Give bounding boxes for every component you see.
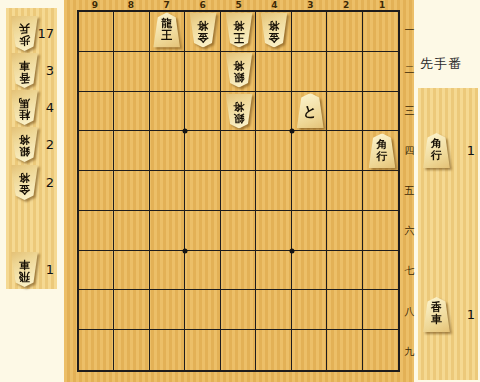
piece-kanji: 車 [431,314,442,326]
square-7三[interactable] [150,92,185,132]
square-4四[interactable] [256,131,291,171]
gote-king-piece[interactable]: 王将 [224,13,253,48]
file-label-3: 3 [292,0,328,10]
sente-hand-tray: 角行1香車1 [418,88,478,380]
piece-kanji: 将 [197,19,208,31]
square-9六[interactable] [79,211,114,251]
undefined-lance-piece[interactable]: 香車 [422,297,451,332]
square-9四[interactable] [79,131,114,171]
piece-kanji: 行 [431,150,442,162]
piece-kanji: 将 [269,19,280,31]
square-5六[interactable] [221,211,256,251]
rank-label-2: 二 [403,50,416,90]
square-3九[interactable] [292,330,327,370]
hand-slot-lance: 香車3 [6,53,57,87]
square-2七[interactable] [327,251,362,291]
square-5八[interactable] [221,290,256,330]
square-7四[interactable] [150,131,185,171]
rank-label-4: 四 [403,131,416,171]
square-1五[interactable] [363,171,398,211]
square-3五[interactable] [292,171,327,211]
square-6四[interactable] [185,131,220,171]
hand-slot-pawn: 歩兵17 [6,16,57,50]
square-2一[interactable] [327,12,362,52]
piece-kanji: 馬 [19,96,30,108]
sente-promoted-rook-piece[interactable]: 龍王 [152,13,181,48]
square-7二[interactable] [150,52,185,92]
undefined-rook-piece[interactable]: 飛車 [10,252,39,287]
square-8六[interactable] [114,211,149,251]
hand-slot-bishop: 角行1 [418,133,478,167]
square-2五[interactable] [327,171,362,211]
hand-count: 4 [46,100,54,115]
gote-gold-piece[interactable]: 金将 [260,13,289,48]
square-3四[interactable] [292,131,327,171]
piece-kanji: 歩 [19,34,30,46]
square-3七[interactable] [292,251,327,291]
square-6六[interactable] [185,211,220,251]
undefined-knight-piece[interactable]: 桂馬 [10,90,39,125]
square-9一[interactable] [79,12,114,52]
rank-label-8: 八 [403,292,416,332]
piece-kanji: 将 [233,99,244,111]
square-6二[interactable] [185,52,220,92]
square-1八[interactable] [363,290,398,330]
square-2八[interactable] [327,290,362,330]
file-label-9: 9 [77,0,113,10]
piece-kanji: 兵 [19,22,30,34]
piece-kanji: 香 [19,71,30,83]
undefined-gold-piece[interactable]: 金将 [10,165,39,200]
piece-kanji: 将 [233,19,244,31]
piece-kanji: 銀 [233,71,244,83]
shogi-board-panel: 987654321 龍王金将王将金将銀将銀将と角行 一二三四五六七八九 [64,0,414,382]
hand-count: 17 [37,26,54,41]
piece-kanji: 将 [233,59,244,71]
hand-count: 1 [467,307,475,322]
gote-silver-piece[interactable]: 銀将 [224,53,253,88]
rank-label-5: 五 [403,171,416,211]
square-5七[interactable] [221,251,256,291]
rank-label-6: 六 [403,211,416,251]
hand-count: 2 [46,175,54,190]
piece-kanji: 王 [233,31,244,43]
square-9九[interactable] [79,330,114,370]
file-labels: 987654321 [77,0,400,10]
square-2二[interactable] [327,52,362,92]
piece-kanji: 金 [269,31,280,43]
piece-kanji: 金 [197,31,208,43]
square-2六[interactable] [327,211,362,251]
hand-slot-lance: 香車1 [418,297,478,331]
hand-count: 1 [467,143,475,158]
square-1二[interactable] [363,52,398,92]
gote-hand-tray: 歩兵17香車3桂馬4銀将2金将2飛車1 [6,8,57,289]
hand-count: 1 [46,262,54,277]
hand-slot-knight: 桂馬4 [6,90,57,124]
square-1六[interactable] [363,211,398,251]
piece-kanji: 将 [19,133,30,145]
square-7五[interactable] [150,171,185,211]
square-3一[interactable] [292,12,327,52]
piece-kanji: 車 [19,59,30,71]
file-label-2: 2 [328,0,364,10]
square-8一[interactable] [114,12,149,52]
square-6九[interactable] [185,330,220,370]
hand-count: 2 [46,137,54,152]
square-9三[interactable] [79,92,114,132]
square-9八[interactable] [79,290,114,330]
square-7八[interactable] [150,290,185,330]
sente-bishop-piece[interactable]: 角行 [368,133,397,168]
square-5五[interactable] [221,171,256,211]
file-label-5: 5 [221,0,257,10]
square-4三[interactable] [256,92,291,132]
square-4六[interactable] [256,211,291,251]
undefined-silver-piece[interactable]: 銀将 [10,127,39,162]
undefined-lance-piece[interactable]: 香車 [10,53,39,88]
square-4七[interactable] [256,251,291,291]
rank-label-3: 三 [403,90,416,130]
square-3二[interactable] [292,52,327,92]
square-5四[interactable] [221,131,256,171]
turn-indicator: 先手番 [420,55,462,73]
sente-tokin-piece[interactable]: と [296,93,325,128]
square-5九[interactable] [221,330,256,370]
rank-label-7: 七 [403,251,416,291]
square-4五[interactable] [256,171,291,211]
piece-kanji: 車 [19,258,30,270]
rank-label-9: 九 [403,332,416,372]
square-8五[interactable] [114,171,149,211]
square-8七[interactable] [114,251,149,291]
gote-gold-piece[interactable]: 金将 [188,13,217,48]
piece-kanji: 飛 [19,270,30,282]
square-8三[interactable] [114,92,149,132]
square-7七[interactable] [150,251,185,291]
square-6七[interactable] [185,251,220,291]
rank-labels: 一二三四五六七八九 [403,10,416,372]
file-label-1: 1 [364,0,400,10]
square-6八[interactable] [185,290,220,330]
square-1三[interactable] [363,92,398,132]
square-8八[interactable] [114,290,149,330]
file-label-6: 6 [185,0,221,10]
square-1九[interactable] [363,330,398,370]
square-7六[interactable] [150,211,185,251]
square-9二[interactable] [79,52,114,92]
hand-slot-rook: 飛車1 [6,252,57,286]
gote-silver-piece[interactable]: 銀将 [224,93,253,128]
square-9五[interactable] [79,171,114,211]
rank-label-1: 一 [403,10,416,50]
square-8二[interactable] [114,52,149,92]
undefined-pawn-piece[interactable]: 歩兵 [10,16,39,51]
square-2九[interactable] [327,330,362,370]
piece-kanji: 桂 [19,108,30,120]
square-8九[interactable] [114,330,149,370]
file-label-8: 8 [113,0,149,10]
square-3八[interactable] [292,290,327,330]
square-8四[interactable] [114,131,149,171]
square-4八[interactable] [256,290,291,330]
piece-kanji: と [303,104,317,118]
square-6五[interactable] [185,171,220,211]
square-7九[interactable] [150,330,185,370]
square-4二[interactable] [256,52,291,92]
piece-kanji: 王 [161,30,172,42]
piece-kanji: 将 [19,171,30,183]
piece-kanji: 行 [377,150,388,162]
hand-slot-silver: 銀将2 [6,127,57,161]
square-6三[interactable] [185,92,220,132]
square-9七[interactable] [79,251,114,291]
square-2四[interactable] [327,131,362,171]
square-1一[interactable] [363,12,398,52]
file-label-4: 4 [256,0,292,10]
square-2三[interactable] [327,92,362,132]
piece-kanji: 銀 [19,145,30,157]
undefined-bishop-piece[interactable]: 角行 [422,133,451,168]
hand-slot-gold: 金将2 [6,165,57,199]
hand-count: 3 [46,63,54,78]
square-3六[interactable] [292,211,327,251]
square-4九[interactable] [256,330,291,370]
piece-kanji: 銀 [233,111,244,123]
file-label-7: 7 [149,0,185,10]
square-1七[interactable] [363,251,398,291]
piece-kanji: 金 [19,183,30,195]
